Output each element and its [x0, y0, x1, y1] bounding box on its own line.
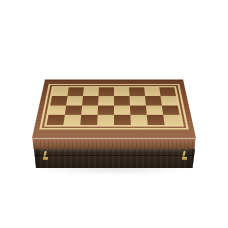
lid-front-edge — [32, 139, 196, 150]
checkerboard — [46, 87, 181, 125]
board-square — [161, 96, 178, 105]
board-square — [50, 96, 67, 105]
latch-hook-icon — [44, 151, 48, 157]
board-square — [48, 105, 66, 115]
board-square — [162, 105, 180, 115]
board-square — [98, 105, 114, 115]
board-square — [130, 96, 146, 105]
chess-case-lid — [32, 79, 196, 138]
board-square — [98, 87, 114, 96]
latch-hook-icon — [183, 151, 187, 157]
brass-latch-left — [42, 151, 49, 161]
board-square — [66, 96, 83, 105]
board-square — [98, 96, 114, 105]
board-square — [159, 87, 176, 96]
board-square — [67, 87, 83, 96]
board-square — [130, 105, 147, 115]
board-square — [114, 105, 130, 115]
board-square — [114, 114, 131, 124]
product-photo — [0, 0, 228, 228]
latch-base-plate — [43, 157, 49, 159]
board-square — [52, 87, 69, 96]
board-square — [129, 87, 145, 96]
board-square — [163, 114, 181, 124]
inner-pinstripe-inlay — [44, 86, 184, 126]
board-square — [114, 87, 130, 96]
board-square — [146, 105, 163, 115]
outer-pinstripe-inlay — [39, 83, 188, 128]
board-square — [80, 114, 97, 124]
case-seam-line — [34, 155, 195, 156]
board-square — [83, 87, 99, 96]
board-square — [97, 114, 114, 124]
board-square — [81, 105, 98, 115]
board-square — [147, 114, 165, 124]
board-square — [46, 114, 64, 124]
board-square — [145, 96, 162, 105]
board-square — [63, 114, 81, 124]
board-square — [144, 87, 160, 96]
brass-latch-right — [181, 151, 188, 161]
board-square — [130, 114, 147, 124]
board-square — [82, 96, 98, 105]
case-front-panel — [34, 149, 195, 168]
latch-base-plate — [182, 157, 188, 159]
board-square — [114, 96, 130, 105]
board-square — [65, 105, 82, 115]
